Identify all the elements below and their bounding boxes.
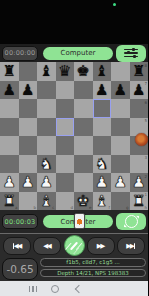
- piece-black-pawn[interactable]: ♟: [132, 81, 145, 99]
- file-label: b: [33, 205, 36, 210]
- orange-marker: [135, 133, 148, 146]
- piece-white-bishop[interactable]: ♝: [40, 192, 53, 210]
- piece-white-bishop[interactable]: ♝: [95, 192, 108, 210]
- top-player-label: Computer: [61, 49, 96, 57]
- square-a4[interactable]: [0, 136, 19, 155]
- piece-white-knight[interactable]: ♞: [95, 155, 108, 173]
- square-b2[interactable]: ♟: [19, 173, 38, 192]
- app-screen: 00:00:00 Computer ♜♝♛♚♝♜8♟♟♟♟♟7654♞♞3♟♟♟…: [0, 0, 148, 296]
- piece-white-knight[interactable]: ♞: [40, 155, 53, 173]
- square-g4[interactable]: [111, 136, 130, 155]
- file-label: g: [126, 205, 129, 210]
- square-e1[interactable]: ♚e: [74, 192, 93, 211]
- square-g1[interactable]: g: [111, 192, 130, 211]
- piece-black-pawn[interactable]: ♟: [114, 81, 127, 99]
- square-d3[interactable]: [56, 155, 75, 174]
- square-h7[interactable]: ♟7: [130, 81, 149, 100]
- piece-white-pawn[interactable]: ♟: [95, 173, 108, 191]
- square-d1[interactable]: d: [56, 192, 75, 211]
- piece-black-pawn[interactable]: ♟: [3, 81, 16, 99]
- square-c1[interactable]: ♝c: [37, 192, 56, 211]
- square-c7[interactable]: [37, 81, 56, 100]
- square-f7[interactable]: ♟: [93, 81, 112, 100]
- square-h1[interactable]: ♜1h: [130, 192, 149, 211]
- square-c2[interactable]: ♟: [37, 173, 56, 192]
- square-h3[interactable]: 3: [130, 155, 149, 174]
- forward-button[interactable]: ▶▶: [87, 237, 115, 255]
- square-b4[interactable]: [19, 136, 38, 155]
- square-a1[interactable]: ♜a: [0, 192, 19, 211]
- square-e2[interactable]: [74, 173, 93, 192]
- top-player-button[interactable]: Computer: [43, 47, 113, 60]
- piece-black-rook[interactable]: ♜: [3, 62, 16, 80]
- square-g2[interactable]: ♟: [111, 173, 130, 192]
- piece-black-bishop[interactable]: ♝: [95, 62, 108, 80]
- square-g8[interactable]: [111, 62, 130, 81]
- square-b6[interactable]: [19, 99, 38, 118]
- square-h8[interactable]: ♜8: [130, 62, 149, 81]
- top-clock: 00:00:00: [2, 46, 38, 61]
- square-e7[interactable]: [74, 81, 93, 100]
- piece-black-pawn[interactable]: ♟: [95, 81, 108, 99]
- piece-white-king[interactable]: ♚: [77, 192, 90, 210]
- file-label: f: [109, 205, 110, 210]
- square-e8[interactable]: ♚: [74, 62, 93, 81]
- square-c4[interactable]: [37, 136, 56, 155]
- square-f3[interactable]: ♞: [93, 155, 112, 174]
- status-notification-dot: [113, 3, 116, 6]
- hint-button[interactable]: [64, 235, 85, 256]
- square-e3[interactable]: [74, 155, 93, 174]
- square-g7[interactable]: ♟: [111, 81, 130, 100]
- square-b3[interactable]: [19, 155, 38, 174]
- rank-label: 6: [144, 100, 147, 105]
- square-c6[interactable]: [37, 99, 56, 118]
- square-f4[interactable]: [93, 136, 112, 155]
- tune-sliders-icon: [124, 48, 138, 58]
- piece-white-rook[interactable]: ♜: [3, 192, 16, 210]
- chess-board[interactable]: ♜♝♛♚♝♜8♟♟♟♟♟7654♞♞3♟♟♟♟♟♟2♜ab♝cd♚e♝fg♜1h: [0, 62, 148, 210]
- engine-info-panel: -0.65 f1b5, c8d7, c1g5 ... Depth 14/21, …: [0, 257, 148, 281]
- piece-black-bishop[interactable]: ♝: [40, 62, 53, 80]
- piece-black-queen[interactable]: ♛: [58, 62, 71, 80]
- piece-black-pawn[interactable]: ♟: [21, 81, 34, 99]
- square-b7[interactable]: ♟: [19, 81, 38, 100]
- square-g6[interactable]: [111, 99, 130, 118]
- piece-black-rook[interactable]: ♜: [132, 62, 145, 80]
- square-a6[interactable]: [0, 99, 19, 118]
- skip-to-start-button[interactable]: ◀◀: [3, 237, 31, 255]
- back-icon[interactable]: [75, 285, 83, 293]
- piece-white-pawn[interactable]: ♟: [132, 173, 145, 191]
- square-d7[interactable]: [56, 81, 75, 100]
- recents-icon[interactable]: [29, 286, 37, 292]
- square-e4[interactable]: [74, 136, 93, 155]
- square-c5[interactable]: [37, 118, 56, 137]
- square-d6[interactable]: [56, 99, 75, 118]
- settings-button[interactable]: [116, 45, 146, 62]
- square-f2[interactable]: ♟: [93, 173, 112, 192]
- skip-to-end-button[interactable]: ▶▶: [117, 237, 145, 255]
- top-player-bar: 00:00:00 Computer: [0, 44, 148, 62]
- rewind-button[interactable]: ◀◀: [33, 237, 61, 255]
- square-d4[interactable]: [56, 136, 75, 155]
- engine-pv-line: f1b5, c8d7, c1g5 ...: [40, 258, 146, 267]
- rank-label: 7: [144, 81, 147, 86]
- magic-wand-icon: [70, 241, 78, 250]
- skip-start-icon: ◀◀: [14, 242, 21, 250]
- file-label: d: [70, 205, 73, 210]
- forward-icon: ▶▶: [97, 242, 104, 250]
- bottom-player-bar: 00:00:03 Computer: [0, 210, 148, 233]
- piece-white-rook[interactable]: ♜: [132, 192, 145, 210]
- piece-white-pawn[interactable]: ♟: [40, 173, 53, 191]
- square-f5[interactable]: [93, 118, 112, 137]
- engine-stats-line: Depth 14/21, NPS 198383: [40, 269, 146, 278]
- home-icon[interactable]: [51, 285, 59, 293]
- rank-label: 1: [144, 192, 147, 197]
- square-d2[interactable]: [56, 173, 75, 192]
- square-e5[interactable]: [74, 118, 93, 137]
- file-label: e: [89, 205, 91, 210]
- square-c3[interactable]: ♞: [37, 155, 56, 174]
- square-h2[interactable]: ♟2: [130, 173, 149, 192]
- square-a2[interactable]: ♟: [0, 173, 19, 192]
- square-f6[interactable]: [93, 99, 112, 118]
- restart-button[interactable]: [116, 213, 146, 230]
- square-g5[interactable]: [111, 118, 130, 137]
- file-label: h: [144, 205, 147, 210]
- square-b1[interactable]: b: [19, 192, 38, 211]
- rank-label: 2: [144, 174, 147, 179]
- bottom-player-button[interactable]: Computer: [43, 215, 113, 228]
- piece-white-pawn[interactable]: ♟: [114, 173, 127, 191]
- rank-label: 5: [144, 118, 147, 123]
- rewind-icon: ◀◀: [43, 242, 50, 250]
- square-a7[interactable]: ♟: [0, 81, 19, 100]
- playback-controls: ◀◀ ◀◀ ▶▶ ▶▶: [0, 233, 148, 257]
- piece-black-king[interactable]: ♚: [77, 62, 90, 80]
- square-a8[interactable]: ♜: [0, 62, 19, 81]
- evaluation-badge: -0.65: [2, 258, 38, 280]
- skip-end-icon: ▶▶: [126, 242, 133, 250]
- skip-end-bar-icon: [134, 243, 136, 249]
- square-a5[interactable]: [0, 118, 19, 137]
- square-d5[interactable]: [56, 118, 75, 137]
- rank-label: 8: [144, 63, 147, 68]
- square-d8[interactable]: ♛: [56, 62, 75, 81]
- android-nav-bar: [0, 281, 148, 296]
- rank-label: 3: [144, 155, 147, 160]
- square-a3[interactable]: [0, 155, 19, 174]
- square-f8[interactable]: ♝: [93, 62, 112, 81]
- piece-white-pawn[interactable]: ♟: [21, 173, 34, 191]
- file-label: a: [15, 205, 17, 210]
- square-f1[interactable]: ♝f: [93, 192, 112, 211]
- square-g3[interactable]: [111, 155, 130, 174]
- square-b5[interactable]: [19, 118, 38, 137]
- square-h6[interactable]: 6: [130, 99, 149, 118]
- square-b8[interactable]: [19, 62, 38, 81]
- engine-thinking-icon: [74, 213, 85, 229]
- square-c8[interactable]: ♝: [37, 62, 56, 81]
- square-e6[interactable]: [74, 99, 93, 118]
- restart-icon: [125, 215, 138, 228]
- file-label: c: [52, 205, 54, 210]
- bottom-clock: 00:00:03: [2, 214, 38, 229]
- piece-white-pawn[interactable]: ♟: [3, 173, 16, 191]
